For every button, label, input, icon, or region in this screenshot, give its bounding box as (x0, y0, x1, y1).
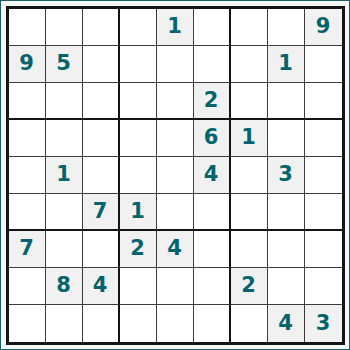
cell-r9c4[interactable] (120, 305, 157, 342)
cell-r7c6[interactable] (194, 231, 231, 268)
cell-r6c9[interactable] (305, 194, 342, 231)
cell-r1c1[interactable] (9, 9, 46, 46)
cell-r2c4[interactable] (120, 46, 157, 83)
cell-r2c8: 1 (268, 46, 305, 83)
cell-r5c2: 1 (46, 157, 83, 194)
cell-r7c9[interactable] (305, 231, 342, 268)
cell-r1c9: 9 (305, 9, 342, 46)
cell-r3c5[interactable] (157, 83, 194, 120)
cell-r1c3[interactable] (83, 9, 120, 46)
cell-r3c1[interactable] (9, 83, 46, 120)
cell-r1c6[interactable] (194, 9, 231, 46)
cell-r9c6[interactable] (194, 305, 231, 342)
cell-r4c8[interactable] (268, 120, 305, 157)
cell-r5c5[interactable] (157, 157, 194, 194)
cell-r7c1: 7 (9, 231, 46, 268)
cell-r9c8: 4 (268, 305, 305, 342)
cell-r2c2: 5 (46, 46, 83, 83)
cell-r8c3: 4 (83, 268, 120, 305)
cell-r6c7[interactable] (231, 194, 268, 231)
cell-r9c1[interactable] (9, 305, 46, 342)
cell-r4c1[interactable] (9, 120, 46, 157)
cell-r6c4: 1 (120, 194, 157, 231)
cell-r4c3[interactable] (83, 120, 120, 157)
cell-r3c8[interactable] (268, 83, 305, 120)
cell-r8c6[interactable] (194, 268, 231, 305)
cell-r5c6: 4 (194, 157, 231, 194)
sudoku-board: 199512611437172484243 (6, 6, 345, 345)
cell-r2c5[interactable] (157, 46, 194, 83)
cell-r5c7[interactable] (231, 157, 268, 194)
cell-r6c6[interactable] (194, 194, 231, 231)
cell-r8c2: 8 (46, 268, 83, 305)
cell-r6c5[interactable] (157, 194, 194, 231)
cell-r5c1[interactable] (9, 157, 46, 194)
cell-r7c4: 2 (120, 231, 157, 268)
cell-r2c3[interactable] (83, 46, 120, 83)
cell-r4c6: 6 (194, 120, 231, 157)
cell-r8c9[interactable] (305, 268, 342, 305)
cell-r3c4[interactable] (120, 83, 157, 120)
cell-r3c9[interactable] (305, 83, 342, 120)
cell-r2c7[interactable] (231, 46, 268, 83)
cell-r1c2[interactable] (46, 9, 83, 46)
cell-r7c8[interactable] (268, 231, 305, 268)
cell-r6c3: 7 (83, 194, 120, 231)
sudoku-widget: 199512611437172484243 (0, 0, 350, 350)
cell-r3c2[interactable] (46, 83, 83, 120)
cell-r5c8: 3 (268, 157, 305, 194)
cell-r6c8[interactable] (268, 194, 305, 231)
cell-r9c3[interactable] (83, 305, 120, 342)
cell-r2c6[interactable] (194, 46, 231, 83)
cell-r6c2[interactable] (46, 194, 83, 231)
cell-r4c2[interactable] (46, 120, 83, 157)
cell-r9c7[interactable] (231, 305, 268, 342)
cell-r3c3[interactable] (83, 83, 120, 120)
cell-r4c9[interactable] (305, 120, 342, 157)
cell-r3c7[interactable] (231, 83, 268, 120)
cell-r1c5: 1 (157, 9, 194, 46)
cell-r1c4[interactable] (120, 9, 157, 46)
cell-r5c4[interactable] (120, 157, 157, 194)
cell-r8c7: 2 (231, 268, 268, 305)
cell-r8c1[interactable] (9, 268, 46, 305)
cell-r7c5: 4 (157, 231, 194, 268)
cell-r1c7[interactable] (231, 9, 268, 46)
cell-r7c2[interactable] (46, 231, 83, 268)
cell-r6c1[interactable] (9, 194, 46, 231)
cell-r9c2[interactable] (46, 305, 83, 342)
cell-r1c8[interactable] (268, 9, 305, 46)
cell-r4c4[interactable] (120, 120, 157, 157)
cell-r7c3[interactable] (83, 231, 120, 268)
cell-r2c9[interactable] (305, 46, 342, 83)
cell-r2c1: 9 (9, 46, 46, 83)
cell-r5c9[interactable] (305, 157, 342, 194)
cell-r8c5[interactable] (157, 268, 194, 305)
cell-r3c6: 2 (194, 83, 231, 120)
cell-r5c3[interactable] (83, 157, 120, 194)
cell-r4c5[interactable] (157, 120, 194, 157)
cell-r9c5[interactable] (157, 305, 194, 342)
cell-r7c7[interactable] (231, 231, 268, 268)
cell-r9c9: 3 (305, 305, 342, 342)
cell-r4c7: 1 (231, 120, 268, 157)
cell-r8c8[interactable] (268, 268, 305, 305)
cell-r8c4[interactable] (120, 268, 157, 305)
